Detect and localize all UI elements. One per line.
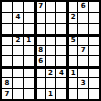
cell-r9c6[interactable] xyxy=(56,89,66,99)
cell-r2c2[interactable]: 4 xyxy=(13,13,23,23)
cell-r1c6[interactable] xyxy=(56,2,66,12)
cell-r9c3[interactable] xyxy=(24,89,34,99)
cell-r6c2[interactable] xyxy=(13,56,23,66)
cell-r1c3[interactable] xyxy=(24,2,34,12)
cell-r9c2[interactable] xyxy=(13,89,23,99)
cell-r4c9[interactable] xyxy=(89,35,99,45)
cell-r8c4[interactable] xyxy=(35,78,45,88)
cell-r1c2[interactable] xyxy=(13,2,23,12)
cell-r7c3[interactable] xyxy=(24,67,34,77)
cell-r3c1[interactable] xyxy=(2,24,12,34)
cell-r9c8[interactable] xyxy=(78,89,88,99)
cell-r5c7[interactable] xyxy=(67,46,77,56)
cell-r6c4[interactable]: 6 xyxy=(35,56,45,66)
cell-r8c3[interactable] xyxy=(24,78,34,88)
cell-r7c4[interactable] xyxy=(35,67,45,77)
cell-r6c9[interactable] xyxy=(89,56,99,66)
cell-r7c8[interactable] xyxy=(78,67,88,77)
cell-r3c5[interactable] xyxy=(46,24,56,34)
cell-r3c7[interactable] xyxy=(67,24,77,34)
cell-r6c3[interactable] xyxy=(24,56,34,66)
cell-r5c9[interactable] xyxy=(89,46,99,56)
cell-r1c8[interactable]: 6 xyxy=(78,2,88,12)
cell-r4c7[interactable]: 5 xyxy=(67,35,77,45)
cell-r6c7[interactable] xyxy=(67,56,77,66)
cell-r7c6[interactable]: 4 xyxy=(56,67,66,77)
cell-r7c9[interactable] xyxy=(89,67,99,77)
cell-r2c4[interactable] xyxy=(35,13,45,23)
cell-r4c2[interactable]: 2 xyxy=(13,35,23,45)
cell-r3c8[interactable] xyxy=(78,24,88,34)
cell-r6c6[interactable] xyxy=(56,56,66,66)
cell-r7c1[interactable] xyxy=(2,67,12,77)
cell-r3c9[interactable] xyxy=(89,24,99,34)
cell-r9c1[interactable]: 7 xyxy=(2,89,12,99)
cell-r9c4[interactable] xyxy=(35,89,45,99)
cell-r1c4[interactable]: 7 xyxy=(35,2,45,12)
sudoku-board: 76422158762418371 xyxy=(0,0,101,101)
cell-r3c4[interactable] xyxy=(35,24,45,34)
cell-r4c4[interactable] xyxy=(35,35,45,45)
cell-r6c1[interactable] xyxy=(2,56,12,66)
cell-r2c9[interactable] xyxy=(89,13,99,23)
cell-r5c2[interactable] xyxy=(13,46,23,56)
cell-r9c7[interactable] xyxy=(67,89,77,99)
cell-r3c6[interactable] xyxy=(56,24,66,34)
cell-r3c3[interactable] xyxy=(24,24,34,34)
cell-r5c3[interactable] xyxy=(24,46,34,56)
cell-r1c5[interactable] xyxy=(46,2,56,12)
cell-r7c5[interactable]: 2 xyxy=(46,67,56,77)
cell-r4c8[interactable] xyxy=(78,35,88,45)
cell-r7c7[interactable]: 1 xyxy=(67,67,77,77)
cell-r5c5[interactable] xyxy=(46,46,56,56)
cell-r2c5[interactable] xyxy=(46,13,56,23)
cell-r9c9[interactable] xyxy=(89,89,99,99)
cell-r8c8[interactable]: 3 xyxy=(78,78,88,88)
cell-r3c2[interactable] xyxy=(13,24,23,34)
cell-r5c1[interactable] xyxy=(2,46,12,56)
cell-r8c5[interactable] xyxy=(46,78,56,88)
cell-r8c7[interactable] xyxy=(67,78,77,88)
cell-r2c6[interactable] xyxy=(56,13,66,23)
cell-r8c2[interactable] xyxy=(13,78,23,88)
cell-r5c6[interactable] xyxy=(56,46,66,56)
cell-r4c1[interactable] xyxy=(2,35,12,45)
cell-r2c3[interactable] xyxy=(24,13,34,23)
cell-r5c8[interactable]: 7 xyxy=(78,46,88,56)
cell-r6c8[interactable] xyxy=(78,56,88,66)
cell-r8c9[interactable] xyxy=(89,78,99,88)
cell-r2c8[interactable] xyxy=(78,13,88,23)
cell-r6c5[interactable] xyxy=(46,56,56,66)
cell-r1c7[interactable] xyxy=(67,2,77,12)
cell-r9c5[interactable]: 1 xyxy=(46,89,56,99)
cell-r4c6[interactable] xyxy=(56,35,66,45)
cell-r4c5[interactable] xyxy=(46,35,56,45)
cell-r8c6[interactable] xyxy=(56,78,66,88)
cell-r8c1[interactable]: 8 xyxy=(2,78,12,88)
cell-r4c3[interactable]: 1 xyxy=(24,35,34,45)
cell-r1c1[interactable] xyxy=(2,2,12,12)
cell-r5c4[interactable]: 8 xyxy=(35,46,45,56)
cell-r2c7[interactable]: 2 xyxy=(67,13,77,23)
cell-r1c9[interactable] xyxy=(89,2,99,12)
cell-r2c1[interactable] xyxy=(2,13,12,23)
cell-r7c2[interactable] xyxy=(13,67,23,77)
